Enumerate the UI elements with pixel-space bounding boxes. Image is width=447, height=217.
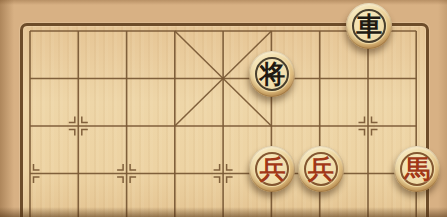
piece-glyph: 兵 — [259, 146, 285, 192]
piece-black-general[interactable]: 将 — [249, 51, 295, 97]
piece-glyph: 兵 — [308, 146, 334, 192]
piece-glyph: 馬 — [404, 146, 430, 192]
piece-red-soldier-b[interactable]: 兵 — [298, 146, 344, 192]
board[interactable]: 車将兵兵馬 — [0, 0, 447, 217]
piece-glyph: 車 — [356, 3, 382, 49]
piece-red-horse[interactable]: 馬 — [394, 146, 440, 192]
piece-red-soldier-a[interactable]: 兵 — [249, 146, 295, 192]
xiangqi-screenshot: 車将兵兵馬 — [0, 0, 447, 217]
piece-glyph: 将 — [259, 51, 285, 97]
piece-black-chariot[interactable]: 車 — [346, 3, 392, 49]
